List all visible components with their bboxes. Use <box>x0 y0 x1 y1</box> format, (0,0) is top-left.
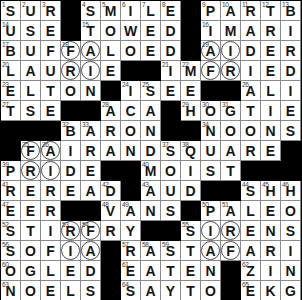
clue-number: 43 <box>142 181 149 188</box>
cell-letter: D <box>285 64 295 80</box>
grid-cell[interactable]: L <box>241 201 261 221</box>
grid-cell[interactable]: S <box>201 161 221 181</box>
grid-cell[interactable]: R <box>261 241 281 261</box>
grid-cell[interactable]: 15T <box>81 21 101 41</box>
grid-cell[interactable]: 22M <box>181 61 201 81</box>
grid-cell[interactable]: E <box>261 41 281 61</box>
cell-letter: E <box>166 4 175 20</box>
cell-letter: R <box>105 224 115 240</box>
cell-letter: A <box>85 44 95 60</box>
grid-cell[interactable]: A <box>141 261 161 281</box>
black-cell <box>61 101 81 121</box>
grid-cell[interactable]: A <box>81 41 101 61</box>
grid-cell[interactable]: 50P <box>201 201 221 221</box>
grid-cell[interactable]: W <box>121 21 141 41</box>
grid-cell[interactable]: 11R <box>241 1 261 21</box>
cell-letter: A <box>245 24 255 40</box>
grid-cell[interactable]: 51A <box>221 201 241 221</box>
grid-cell[interactable]: 30O <box>201 101 221 121</box>
grid-cell[interactable]: R <box>221 61 241 81</box>
grid-cell[interactable]: F <box>221 241 241 261</box>
grid-cell[interactable]: T <box>221 161 241 181</box>
grid-cell[interactable]: E <box>281 101 301 121</box>
grid-cell[interactable]: R <box>101 121 121 141</box>
clue-number: 21 <box>162 61 169 68</box>
clue-number: 48 <box>102 201 109 208</box>
clue-number: 24 <box>122 81 129 88</box>
cell-letter: E <box>166 84 175 100</box>
clue-number: 57 <box>122 241 129 248</box>
clue-number: 22 <box>182 61 189 68</box>
grid-cell[interactable]: T <box>161 261 181 281</box>
grid-cell[interactable]: N <box>141 121 161 141</box>
grid-cell[interactable]: L <box>41 261 61 281</box>
clue-number: 54 <box>82 221 89 228</box>
grid-cell[interactable]: N <box>81 81 101 101</box>
grid-cell[interactable]: D <box>161 41 181 61</box>
grid-cell[interactable]: D <box>81 261 101 281</box>
grid-cell[interactable]: E <box>41 281 61 300</box>
grid-cell[interactable]: L <box>61 281 81 300</box>
cell-letter: E <box>286 104 295 120</box>
cell-letter: E <box>186 264 195 280</box>
grid-cell[interactable]: A <box>21 61 41 81</box>
clue-number: 46 <box>282 181 289 188</box>
cell-letter: F <box>46 244 55 260</box>
cell-letter: L <box>26 84 35 100</box>
cell-letter: I <box>49 224 53 240</box>
black-cell <box>261 161 281 181</box>
black-cell <box>21 121 41 141</box>
grid-cell[interactable]: T <box>181 241 201 261</box>
clue-number: 41 <box>2 181 9 188</box>
clue-number: 60 <box>2 261 9 268</box>
grid-cell[interactable]: 41R <box>1 181 21 201</box>
grid-cell[interactable]: I <box>281 241 301 261</box>
grid-cell[interactable]: E <box>81 161 101 181</box>
grid-cell[interactable]: I <box>241 61 261 81</box>
grid-cell[interactable]: 23E <box>1 81 21 101</box>
grid-cell[interactable]: D <box>141 141 161 161</box>
cell-letter: C <box>125 104 135 120</box>
grid-cell[interactable]: S <box>21 101 41 121</box>
grid-cell[interactable]: 9P <box>201 1 221 21</box>
clue-number: 9 <box>202 1 205 8</box>
cell-letter: E <box>266 64 275 80</box>
black-cell <box>201 81 221 101</box>
grid-cell[interactable]: A <box>141 281 161 300</box>
black-cell <box>101 81 121 101</box>
grid-cell[interactable]: O <box>241 121 261 141</box>
grid-cell[interactable]: 42D <box>101 181 121 201</box>
cell-letter: R <box>105 124 115 140</box>
cell-letter: R <box>65 64 75 80</box>
cell-letter: R <box>25 164 35 180</box>
grid-cell[interactable]: A <box>81 241 101 261</box>
grid-cell[interactable]: O <box>121 41 141 61</box>
grid-cell[interactable]: 31G <box>221 101 241 121</box>
cell-letter: A <box>105 144 115 160</box>
cell-letter: E <box>46 24 55 40</box>
grid-cell[interactable]: L <box>21 81 41 101</box>
grid-cell[interactable]: 57R <box>121 241 141 261</box>
grid-cell[interactable]: 60O <box>1 261 21 281</box>
clue-number: 14 <box>2 21 9 28</box>
grid-cell[interactable]: U <box>161 181 181 201</box>
grid-cell[interactable]: 26A <box>241 81 261 101</box>
grid-cell[interactable]: I <box>221 41 241 61</box>
grid-cell[interactable]: S <box>81 281 101 300</box>
grid-cell[interactable]: I <box>261 101 281 121</box>
grid-cell[interactable]: R <box>21 161 41 181</box>
grid-cell[interactable]: O <box>161 161 181 181</box>
grid-cell[interactable]: I <box>281 21 301 41</box>
grid-cell[interactable]: N <box>141 201 161 221</box>
grid-cell[interactable]: 46H <box>281 181 301 201</box>
grid-cell[interactable]: 44S <box>241 181 261 201</box>
grid-cell[interactable]: 54F <box>81 221 101 241</box>
grid-cell[interactable]: L <box>261 81 281 101</box>
grid-cell[interactable]: 17B <box>1 41 21 61</box>
grid-cell[interactable]: E <box>61 181 81 201</box>
grid-cell[interactable]: E <box>181 261 201 281</box>
grid-cell[interactable]: 29H <box>181 101 201 121</box>
black-cell <box>221 261 241 281</box>
cell-letter: R <box>225 224 235 240</box>
cell-letter: E <box>266 204 275 220</box>
black-cell <box>181 21 201 41</box>
black-cell <box>101 281 121 300</box>
cell-letter: I <box>209 24 213 40</box>
grid-cell[interactable]: C <box>121 101 141 121</box>
grid-cell[interactable]: 10A <box>221 1 241 21</box>
cell-letter: D <box>85 264 95 280</box>
grid-cell[interactable]: E <box>141 41 161 61</box>
cell-letter: A <box>225 144 235 160</box>
grid-cell[interactable]: F <box>41 41 61 61</box>
grid-cell[interactable]: O <box>121 121 141 141</box>
grid-cell[interactable]: E <box>261 141 281 161</box>
grid-cell[interactable]: 65E <box>241 281 261 300</box>
clue-number: 19 <box>202 41 209 48</box>
grid-cell[interactable]: 55S <box>181 221 201 241</box>
grid-cell[interactable]: 25S <box>141 81 161 101</box>
grid-cell[interactable]: 58A <box>141 241 161 261</box>
black-cell <box>241 161 261 181</box>
cell-letter: E <box>266 44 275 60</box>
clue-number: 34 <box>202 121 209 128</box>
clue-number: 17 <box>2 41 9 48</box>
grid-cell[interactable]: N <box>121 141 141 161</box>
grid-cell[interactable]: R <box>61 61 81 81</box>
grid-cell[interactable]: N <box>281 261 301 281</box>
grid-cell[interactable]: 32B <box>61 121 81 141</box>
grid-cell[interactable]: 13B <box>281 1 301 21</box>
cell-letter: A <box>85 244 95 260</box>
grid-cell[interactable]: 43A <box>141 181 161 201</box>
cell-letter: U <box>45 64 55 80</box>
grid-cell[interactable]: 52S <box>1 221 21 241</box>
grid-cell[interactable]: F <box>201 61 221 81</box>
grid-cell[interactable]: A <box>141 101 161 121</box>
clue-number: 55 <box>182 221 189 228</box>
cell-letter: S <box>206 164 215 180</box>
grid-cell[interactable]: S <box>21 21 41 41</box>
clue-number: 36 <box>42 141 49 148</box>
grid-cell[interactable]: 34N <box>201 121 221 141</box>
grid-cell[interactable]: S <box>161 201 181 221</box>
clue-number: 5 <box>102 1 105 8</box>
grid-cell[interactable]: 7L <box>141 1 161 21</box>
grid-cell[interactable]: I <box>41 161 61 181</box>
clue-number: 50 <box>202 201 209 208</box>
cell-letter: O <box>225 124 236 140</box>
clue-number: 61 <box>122 261 129 268</box>
black-cell <box>101 261 121 281</box>
grid-cell[interactable]: E <box>261 61 281 81</box>
black-cell <box>1 121 21 141</box>
crossword-board: 1S2U3R4S5M6I7L8E9P10A11R12T13B14USE15TOW… <box>0 0 302 300</box>
grid-cell[interactable]: N <box>201 261 221 281</box>
cell-letter: D <box>165 44 175 60</box>
grid-cell[interactable]: R <box>41 201 61 221</box>
grid-cell[interactable]: K <box>261 281 281 300</box>
cell-letter: E <box>146 44 155 60</box>
grid-cell[interactable]: R <box>241 141 261 161</box>
grid-cell[interactable]: S <box>281 221 301 241</box>
grid-cell[interactable]: I <box>201 221 221 241</box>
grid-cell[interactable]: E <box>21 201 41 221</box>
cell-letter: U <box>205 144 215 160</box>
grid-cell[interactable]: A <box>81 181 101 201</box>
grid-cell[interactable]: U <box>41 61 61 81</box>
grid-cell[interactable]: R <box>261 21 281 41</box>
grid-cell[interactable]: 20L <box>1 61 21 81</box>
grid-cell[interactable]: 36A <box>41 141 61 161</box>
cell-letter: R <box>245 144 255 160</box>
grid-cell[interactable]: Y <box>121 221 141 241</box>
grid-cell[interactable]: E <box>141 21 161 41</box>
cell-letter: D <box>165 24 175 40</box>
grid-cell[interactable]: 59S <box>161 241 181 261</box>
grid-cell[interactable]: A <box>221 141 241 161</box>
cell-letter: I <box>289 24 293 40</box>
black-cell <box>121 61 141 81</box>
grid-cell[interactable]: 12T <box>261 1 281 21</box>
cell-letter: I <box>269 264 273 280</box>
clue-number: 44 <box>242 181 249 188</box>
clue-number: 53 <box>62 221 69 228</box>
grid-cell[interactable]: S <box>281 121 301 141</box>
grid-cell[interactable]: 8E <box>161 1 181 21</box>
clue-number: 27 <box>2 101 9 108</box>
grid-cell[interactable]: 63N <box>1 281 21 300</box>
grid-cell[interactable]: T <box>41 81 61 101</box>
grid-cell[interactable]: R <box>41 181 61 201</box>
grid-cell[interactable]: 64S <box>121 281 141 300</box>
grid-cell[interactable]: E <box>61 261 81 281</box>
grid-cell[interactable]: E <box>241 221 261 241</box>
grid-cell[interactable]: 48V <box>101 201 121 221</box>
grid-cell[interactable]: A <box>101 141 121 161</box>
grid-cell[interactable]: G <box>281 281 301 300</box>
black-cell <box>281 161 301 181</box>
grid-cell[interactable]: 19A <box>201 41 221 61</box>
grid-cell[interactable]: E <box>21 181 41 201</box>
grid-cell[interactable]: 5M <box>101 1 121 21</box>
clue-number: 38 <box>182 141 189 148</box>
grid-cell[interactable]: I <box>261 261 281 281</box>
grid-cell[interactable]: 40M <box>141 161 161 181</box>
cell-letter: N <box>285 264 295 280</box>
cell-letter: S <box>86 4 95 20</box>
grid-cell[interactable]: I <box>41 221 61 241</box>
grid-cell[interactable]: 18F <box>61 41 81 61</box>
grid-cell[interactable]: N <box>261 121 281 141</box>
grid-cell[interactable]: 38Q <box>181 141 201 161</box>
black-cell <box>101 241 121 261</box>
grid-cell[interactable]: O <box>101 21 121 41</box>
cell-letter: N <box>265 224 275 240</box>
grid-cell[interactable]: T <box>181 281 201 300</box>
cell-letter: M <box>225 24 237 40</box>
cell-letter: O <box>125 124 136 140</box>
cell-letter: L <box>46 264 55 280</box>
cell-letter: A <box>145 284 155 300</box>
clue-number: 8 <box>162 1 165 8</box>
grid-cell[interactable]: O <box>61 81 81 101</box>
grid-cell[interactable]: 45H <box>261 181 281 201</box>
cell-letter: D <box>185 184 195 200</box>
grid-cell[interactable]: 33A <box>81 121 101 141</box>
cell-letter: O <box>105 24 116 40</box>
grid-cell[interactable]: I <box>281 81 301 101</box>
grid-cell[interactable]: 24I <box>121 81 141 101</box>
grid-cell[interactable]: A <box>201 241 221 261</box>
grid-cell[interactable]: 53R <box>61 221 81 241</box>
cell-letter: E <box>246 224 255 240</box>
grid-cell[interactable]: I <box>61 241 81 261</box>
clue-number: 7 <box>142 1 145 8</box>
cell-letter: O <box>65 84 76 100</box>
cell-letter: E <box>66 184 75 200</box>
grid-cell[interactable]: U <box>201 141 221 161</box>
grid-cell[interactable]: 35F <box>21 141 41 161</box>
grid-cell[interactable]: D <box>181 181 201 201</box>
grid-cell[interactable]: R <box>281 41 301 61</box>
grid-cell[interactable]: 27T <box>1 101 21 121</box>
grid-cell[interactable]: 49A <box>121 201 141 221</box>
clue-number: 2 <box>22 1 25 8</box>
grid-cell[interactable]: R <box>101 221 121 241</box>
grid-cell[interactable]: 2U <box>21 1 41 21</box>
cell-letter: P <box>206 4 215 20</box>
grid-cell[interactable]: 16I <box>201 21 221 41</box>
grid-cell[interactable]: 14U <box>1 21 21 41</box>
cell-letter: N <box>125 144 135 160</box>
cell-letter: T <box>46 84 55 100</box>
cell-letter: E <box>66 264 75 280</box>
cell-letter: I <box>129 84 133 100</box>
grid-cell[interactable]: G <box>21 261 41 281</box>
grid-cell[interactable]: Y <box>161 281 181 300</box>
grid-cell[interactable]: 21I <box>161 61 181 81</box>
grid-cell[interactable]: E <box>261 201 281 221</box>
grid-cell[interactable]: D <box>61 161 81 181</box>
grid-cell[interactable]: T <box>241 101 261 121</box>
grid-cell[interactable]: E <box>161 81 181 101</box>
grid-cell[interactable]: O <box>221 121 241 141</box>
grid-cell[interactable]: 3R <box>41 1 61 21</box>
grid-cell[interactable]: 47E <box>1 201 21 221</box>
grid-cell[interactable]: O <box>21 281 41 300</box>
grid-cell[interactable]: A <box>241 21 261 41</box>
grid-cell[interactable]: N <box>261 221 281 241</box>
cell-letter: R <box>285 44 295 60</box>
grid-cell[interactable]: 28A <box>101 101 121 121</box>
grid-cell[interactable]: R <box>221 221 241 241</box>
clue-number: 29 <box>182 101 189 108</box>
grid-cell[interactable]: M <box>221 21 241 41</box>
grid-cell[interactable]: 6I <box>121 1 141 21</box>
grid-cell[interactable]: D <box>241 41 261 61</box>
grid-cell[interactable]: 4S <box>81 1 101 21</box>
grid-cell[interactable]: O <box>21 241 41 261</box>
clue-number: 20 <box>2 61 9 68</box>
grid-cell[interactable]: 39P <box>1 161 21 181</box>
cell-letter: D <box>245 44 255 60</box>
black-cell <box>221 81 241 101</box>
cell-letter: O <box>125 44 136 60</box>
grid-cell[interactable]: T <box>21 221 41 241</box>
grid-cell[interactable]: E <box>181 81 201 101</box>
cell-letter: I <box>69 144 73 160</box>
grid-cell[interactable]: O <box>281 201 301 221</box>
grid-cell[interactable]: E <box>101 61 121 81</box>
cell-letter: S <box>86 284 95 300</box>
grid-cell[interactable]: A <box>241 241 261 261</box>
grid-cell[interactable]: L <box>101 41 121 61</box>
black-cell <box>121 161 141 181</box>
cell-letter: T <box>166 264 175 280</box>
grid-cell[interactable]: E <box>41 101 61 121</box>
grid-cell[interactable]: E <box>41 21 61 41</box>
grid-cell[interactable]: 37S <box>161 141 181 161</box>
grid-cell[interactable]: 62Z <box>241 261 261 281</box>
cell-letter: E <box>266 144 275 160</box>
grid-cell[interactable]: D <box>281 61 301 81</box>
clue-number: 1 <box>2 1 5 8</box>
grid-cell[interactable]: I <box>181 161 201 181</box>
grid-cell[interactable]: 56S <box>1 241 21 261</box>
clue-number: 11 <box>242 1 248 8</box>
cell-letter: A <box>145 104 155 120</box>
grid-cell[interactable]: U <box>21 41 41 61</box>
clue-number: 56 <box>2 241 9 248</box>
cell-letter: E <box>186 84 195 100</box>
grid-cell[interactable]: R <box>81 141 101 161</box>
cell-letter: E <box>46 104 55 120</box>
cell-letter: S <box>166 204 175 220</box>
cell-letter: F <box>46 44 55 60</box>
grid-cell[interactable]: 61E <box>121 261 141 281</box>
grid-cell[interactable]: I <box>61 141 81 161</box>
grid-cell[interactable]: D <box>161 21 181 41</box>
grid-cell[interactable]: 1S <box>1 1 21 21</box>
grid-cell[interactable]: F <box>41 241 61 261</box>
grid-cell[interactable]: I <box>81 61 101 81</box>
grid-cell[interactable]: O <box>201 281 221 300</box>
